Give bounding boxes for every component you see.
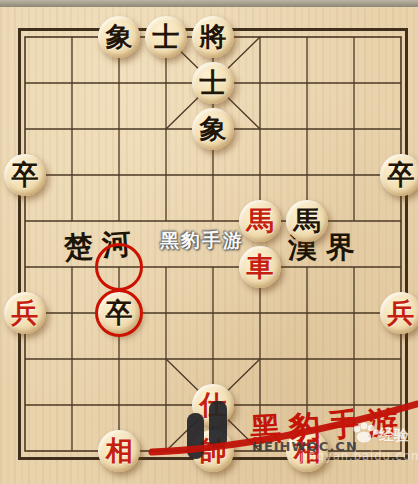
watermark-center-text: 黑豹手游 bbox=[160, 228, 244, 254]
piece-black-將[interactable]: 將 bbox=[192, 16, 234, 58]
piece-red-兵[interactable]: 兵 bbox=[380, 292, 418, 334]
piece-red-仕[interactable]: 仕 bbox=[192, 384, 234, 426]
piece-black-卒[interactable]: 卒 bbox=[4, 154, 46, 196]
piece-red-帥[interactable]: 帥 bbox=[192, 430, 234, 472]
move-highlight-circle-move-to bbox=[95, 289, 143, 337]
piece-red-相[interactable]: 相 bbox=[98, 430, 140, 472]
piece-red-車[interactable]: 車 bbox=[239, 246, 281, 288]
piece-black-卒[interactable]: 卒 bbox=[380, 154, 418, 196]
xiangqi-screenshot: 楚河 漢界 象士將士象卒卒馬馬車兵卒兵仕相帥相 黑豹手游 黑豹手游 HEIHWQ… bbox=[0, 0, 418, 484]
piece-red-相[interactable]: 相 bbox=[286, 430, 328, 472]
piece-black-象[interactable]: 象 bbox=[98, 16, 140, 58]
piece-black-象[interactable]: 象 bbox=[192, 108, 234, 150]
piece-black-士[interactable]: 士 bbox=[192, 62, 234, 104]
piece-black-士[interactable]: 士 bbox=[145, 16, 187, 58]
piece-red-馬[interactable]: 馬 bbox=[239, 200, 281, 242]
move-highlight-circle-move-from bbox=[95, 243, 143, 291]
piece-black-馬[interactable]: 馬 bbox=[286, 200, 328, 242]
piece-red-兵[interactable]: 兵 bbox=[4, 292, 46, 334]
